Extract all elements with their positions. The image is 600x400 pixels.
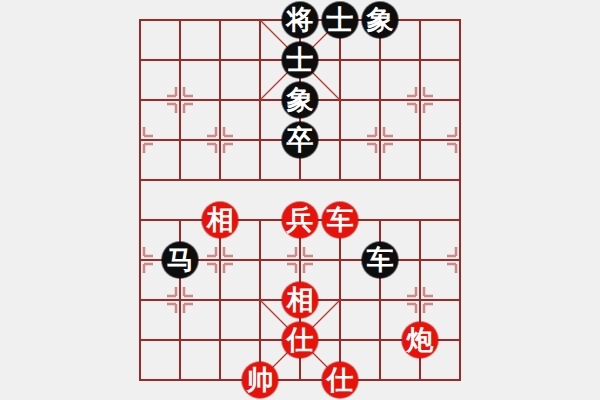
piece-red-elephant[interactable]: 相 [282, 282, 318, 318]
piece-red-elephant[interactable]: 相 [202, 202, 238, 238]
piece-black-elephant[interactable]: 象 [282, 82, 318, 118]
piece-red-soldier[interactable]: 兵 [282, 202, 318, 238]
piece-black-elephant[interactable]: 象 [362, 2, 398, 38]
pieces-layer: 将士象士象卒马车相兵车相仕炮帅仕 [0, 0, 600, 400]
piece-red-advisor[interactable]: 仕 [282, 322, 318, 358]
piece-red-advisor[interactable]: 仕 [322, 362, 358, 398]
piece-black-advisor[interactable]: 士 [322, 2, 358, 38]
piece-red-general[interactable]: 帅 [242, 362, 278, 398]
piece-red-chariot[interactable]: 车 [322, 202, 358, 238]
piece-black-chariot[interactable]: 车 [362, 242, 398, 278]
piece-black-advisor[interactable]: 士 [282, 42, 318, 78]
piece-black-horse[interactable]: 马 [162, 242, 198, 278]
xiangqi-board: 将士象士象卒马车相兵车相仕炮帅仕 [0, 0, 600, 400]
piece-black-general[interactable]: 将 [282, 2, 318, 38]
piece-black-soldier[interactable]: 卒 [282, 122, 318, 158]
piece-red-cannon[interactable]: 炮 [402, 322, 438, 358]
